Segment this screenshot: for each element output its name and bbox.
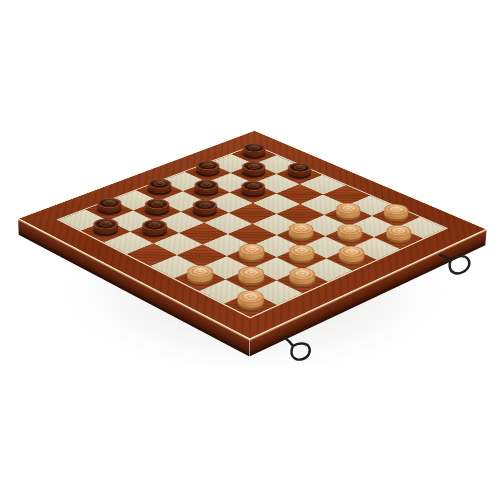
metal-clasp-icon xyxy=(438,249,476,281)
metal-clasp-icon xyxy=(282,333,322,367)
dark-checker[interactable] xyxy=(140,204,175,219)
checkerboard-grid xyxy=(56,144,448,318)
light-checker[interactable] xyxy=(283,250,319,267)
light-checker[interactable] xyxy=(231,295,269,313)
dark-checker[interactable] xyxy=(92,203,127,218)
board-3d-wrapper xyxy=(83,71,420,408)
light-checker[interactable] xyxy=(283,273,320,290)
light-checker[interactable] xyxy=(378,209,413,224)
light-checker[interactable] xyxy=(181,270,218,287)
product-photo-scene xyxy=(0,0,500,500)
light-checker[interactable] xyxy=(381,230,417,246)
